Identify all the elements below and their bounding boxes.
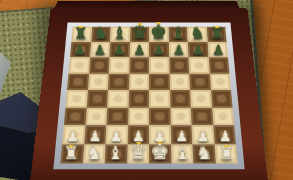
square-b5[interactable] [88, 73, 109, 90]
square-g3[interactable] [191, 107, 213, 125]
square-d3[interactable] [128, 107, 149, 125]
piece-black-rook-h8[interactable]: ♜ [210, 26, 224, 41]
board-frame: ♜♞♝♛♚♝♞♜♟♟♟♟♟♟♟♟♟♟♟♟♟♟♟♟♜♞♝♛♚♝♞♜ [29, 8, 269, 180]
square-f7[interactable]: ♟ [168, 42, 188, 58]
square-e6[interactable] [149, 57, 169, 73]
piece-black-pawn-g7[interactable]: ♟ [192, 43, 204, 56]
square-c3[interactable] [106, 107, 128, 125]
piece-white-bishop-f1[interactable]: ♝ [174, 144, 190, 162]
square-d6[interactable] [129, 57, 149, 73]
square-c5[interactable] [108, 73, 129, 90]
square-a8[interactable]: ♜ [71, 27, 91, 42]
square-f4[interactable] [170, 90, 191, 107]
square-f1[interactable]: ♝ [171, 144, 194, 163]
piece-white-bishop-c1[interactable]: ♝ [108, 144, 124, 162]
square-e7[interactable]: ♟ [149, 42, 169, 58]
square-g8[interactable]: ♞ [187, 27, 207, 42]
piece-white-rook-a1[interactable]: ♜ [64, 145, 79, 162]
piece-black-knight-b8[interactable]: ♞ [93, 25, 107, 41]
piece-black-queen-d8[interactable]: ♛ [131, 23, 147, 41]
square-f3[interactable] [170, 107, 192, 125]
piece-black-pawn-d7[interactable]: ♟ [133, 43, 145, 56]
square-b1[interactable]: ♞ [83, 144, 106, 163]
square-b6[interactable] [89, 57, 110, 73]
piece-black-bishop-c8[interactable]: ♝ [113, 25, 127, 41]
square-h1[interactable]: ♜ [214, 144, 237, 163]
piece-white-pawn-c2[interactable]: ♟ [110, 128, 123, 143]
square-d5[interactable] [129, 73, 150, 90]
square-c1[interactable]: ♝ [105, 144, 128, 163]
square-h4[interactable] [211, 90, 233, 107]
square-a7[interactable]: ♟ [70, 42, 91, 58]
piece-black-pawn-f7[interactable]: ♟ [173, 43, 185, 56]
piece-white-pawn-g2[interactable]: ♟ [197, 128, 210, 143]
square-a5[interactable] [67, 73, 89, 90]
piece-black-bishop-f8[interactable]: ♝ [171, 25, 185, 41]
square-h5[interactable] [209, 73, 231, 90]
piece-white-pawn-b2[interactable]: ♟ [88, 128, 101, 143]
game-scene: ♜♞♝♛♚♝♞♜♟♟♟♟♟♟♟♟♟♟♟♟♟♟♟♟♜♞♝♛♚♝♞♜ [0, 0, 293, 180]
piece-white-king-e1[interactable]: ♚ [150, 141, 169, 163]
square-f5[interactable] [169, 73, 190, 90]
square-c6[interactable] [109, 57, 129, 73]
piece-white-queen-d1[interactable]: ♛ [129, 142, 147, 163]
square-a4[interactable] [65, 90, 87, 107]
square-d8[interactable]: ♛ [130, 27, 149, 42]
piece-white-pawn-h2[interactable]: ♟ [218, 128, 231, 143]
square-g4[interactable] [190, 90, 212, 107]
square-g7[interactable]: ♟ [188, 42, 208, 58]
piece-black-pawn-a7[interactable]: ♟ [74, 43, 86, 56]
square-b4[interactable] [86, 90, 108, 107]
square-c8[interactable]: ♝ [110, 27, 130, 42]
square-b8[interactable]: ♞ [91, 27, 111, 42]
board-metal-trim: ♜♞♝♛♚♝♞♜♟♟♟♟♟♟♟♟♟♟♟♟♟♟♟♟♜♞♝♛♚♝♞♜ [53, 22, 244, 169]
chessboard: ♜♞♝♛♚♝♞♜♟♟♟♟♟♟♟♟♟♟♟♟♟♟♟♟♜♞♝♛♚♝♞♜ [29, 8, 269, 180]
square-f8[interactable]: ♝ [168, 27, 188, 42]
board-squares: ♜♞♝♛♚♝♞♜♟♟♟♟♟♟♟♟♟♟♟♟♟♟♟♟♜♞♝♛♚♝♞♜ [60, 27, 237, 164]
square-g1[interactable]: ♞ [192, 144, 215, 163]
piece-black-pawn-h7[interactable]: ♟ [212, 43, 224, 56]
piece-black-king-e8[interactable]: ♚ [150, 22, 167, 41]
piece-white-knight-b1[interactable]: ♞ [85, 144, 101, 162]
square-e4[interactable] [149, 90, 170, 107]
square-h3[interactable] [212, 107, 235, 125]
piece-white-pawn-a2[interactable]: ♟ [66, 128, 79, 143]
square-a1[interactable]: ♜ [60, 144, 83, 163]
square-g5[interactable] [189, 73, 210, 90]
square-h8[interactable]: ♜ [206, 27, 226, 42]
square-d7[interactable]: ♟ [129, 42, 149, 58]
piece-white-knight-g1[interactable]: ♞ [196, 144, 212, 162]
square-c7[interactable]: ♟ [109, 42, 129, 58]
square-e3[interactable] [149, 107, 170, 125]
square-a3[interactable] [64, 107, 87, 125]
piece-white-pawn-f2[interactable]: ♟ [175, 128, 188, 143]
square-f6[interactable] [169, 57, 189, 73]
square-d4[interactable] [128, 90, 149, 107]
square-e1[interactable]: ♚ [149, 144, 171, 163]
piece-black-pawn-c7[interactable]: ♟ [113, 43, 125, 56]
square-b7[interactable]: ♟ [90, 42, 110, 58]
square-b3[interactable] [85, 107, 107, 125]
piece-white-rook-h1[interactable]: ♜ [219, 145, 234, 162]
piece-black-pawn-e7[interactable]: ♟ [153, 43, 165, 56]
square-a6[interactable] [69, 57, 90, 73]
square-d1[interactable]: ♛ [127, 144, 149, 163]
piece-black-knight-g8[interactable]: ♞ [190, 25, 204, 41]
square-a2[interactable]: ♟ [62, 125, 85, 144]
square-e5[interactable] [149, 73, 170, 90]
square-c4[interactable] [107, 90, 128, 107]
piece-black-pawn-b7[interactable]: ♟ [94, 43, 106, 56]
square-h7[interactable]: ♟ [207, 42, 228, 58]
square-h2[interactable]: ♟ [213, 125, 236, 144]
square-h6[interactable] [208, 57, 229, 73]
piece-black-rook-a8[interactable]: ♜ [74, 26, 88, 41]
square-e8[interactable]: ♚ [149, 27, 168, 42]
square-g6[interactable] [189, 57, 210, 73]
